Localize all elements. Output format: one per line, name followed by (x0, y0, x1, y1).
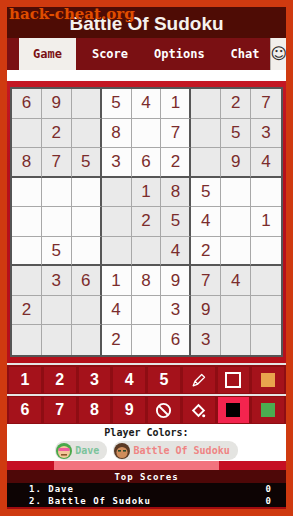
player-chip[interactable]: Battle Of Sudoku (113, 441, 237, 460)
watermark: hack-cheat.org (9, 5, 135, 23)
cell-r9c1[interactable] (12, 325, 42, 355)
tab-score[interactable]: Score (82, 38, 138, 70)
top-score-row: 1. Dave0 (7, 483, 286, 495)
cell-r2c1[interactable] (12, 119, 42, 149)
cell-r3c9[interactable]: 4 (251, 148, 281, 178)
eraser-icon (190, 402, 207, 419)
cell-r2c6[interactable]: 7 (161, 119, 191, 149)
tab-options[interactable]: Options (144, 38, 215, 70)
cell-r2c5[interactable] (132, 119, 162, 149)
number-pad: 12345 6789 (7, 363, 286, 424)
cell-r8c2[interactable] (42, 296, 72, 326)
cell-r4c9[interactable] (251, 178, 281, 208)
cell-r1c8[interactable]: 2 (221, 89, 251, 119)
cell-r8c8[interactable] (221, 296, 251, 326)
cell-r3c6[interactable]: 2 (161, 148, 191, 178)
sound-button[interactable] (287, 38, 293, 70)
cell-r1c7[interactable] (191, 89, 221, 119)
content-strip (7, 70, 286, 81)
cell-r9c2[interactable] (42, 325, 72, 355)
cell-r4c5[interactable]: 1 (132, 178, 162, 208)
cell-r2c9[interactable]: 3 (251, 119, 281, 149)
player-colors-section: Player Colors: DaveBattle Of Sudoku (7, 424, 286, 461)
app-window: hack-cheat.org Battle Of Sudoku GameScor… (0, 0, 293, 516)
cell-r1c9[interactable]: 7 (251, 89, 281, 119)
cell-r4c2[interactable] (42, 178, 72, 208)
cell-r6c2[interactable]: 5 (42, 237, 72, 267)
cell-r6c8[interactable] (221, 237, 251, 267)
cell-r3c4[interactable]: 3 (102, 148, 132, 178)
color-swatch (261, 403, 275, 417)
cell-r4c3[interactable] (72, 178, 102, 208)
cell-r3c7[interactable] (191, 148, 221, 178)
cell-r7c3[interactable]: 6 (72, 266, 102, 296)
color-swatch-button[interactable] (218, 397, 250, 423)
board-area: 6954127287538753629418525415423618974243… (7, 81, 286, 363)
pad-separator (7, 394, 286, 396)
cell-r4c6[interactable]: 8 (161, 178, 191, 208)
top-score-name: 1. Dave (29, 484, 74, 494)
cell-r7c4[interactable]: 1 (102, 266, 132, 296)
cell-r5c1[interactable] (12, 207, 42, 237)
cell-r4c4[interactable] (102, 178, 132, 208)
eraser-button[interactable] (183, 397, 215, 423)
pad-digit-7[interactable]: 7 (44, 397, 76, 423)
cell-r2c7[interactable] (191, 119, 221, 149)
cell-r1c1[interactable]: 6 (12, 89, 42, 119)
no-entry-button[interactable] (148, 397, 180, 423)
title-bar: hack-cheat.org Battle Of Sudoku (7, 7, 286, 38)
sudoku-board: 6954127287538753629418525415423618974243… (10, 87, 283, 357)
dave-avatar (56, 443, 72, 459)
top-scores-list: 1. Dave02. Battle Of Sudoku0 (7, 483, 286, 507)
pad-digit-8[interactable]: 8 (79, 397, 111, 423)
tabs-container: GameScoreOptionsChat (7, 38, 270, 70)
square-outline-icon (225, 372, 241, 388)
emote-button[interactable]: ☺ (270, 38, 288, 70)
cell-r5c5[interactable]: 2 (132, 207, 162, 237)
cell-r6c6[interactable]: 4 (161, 237, 191, 267)
cell-r3c2[interactable]: 7 (42, 148, 72, 178)
cell-r7c7[interactable]: 7 (191, 266, 221, 296)
cell-r1c2[interactable]: 9 (42, 89, 72, 119)
cell-r5c7[interactable]: 4 (191, 207, 221, 237)
smiley-icon: ☺ (271, 46, 288, 62)
cpu-avatar (114, 443, 130, 459)
cell-r5c2[interactable] (42, 207, 72, 237)
no-entry-icon (155, 402, 172, 419)
cell-r7c9[interactable] (251, 266, 281, 296)
tab-chat[interactable]: Chat (221, 38, 270, 70)
player-name: Battle Of Sudoku (133, 445, 229, 456)
number-pad-row-1: 12345 (9, 367, 284, 393)
cell-r6c5[interactable] (132, 237, 162, 267)
speaker-icon (288, 46, 293, 62)
cell-r4c1[interactable] (12, 178, 42, 208)
player-chip[interactable]: Dave (55, 441, 107, 460)
cell-r7c5[interactable]: 8 (132, 266, 162, 296)
cell-r5c3[interactable] (72, 207, 102, 237)
pad-digit-2[interactable]: 2 (44, 367, 76, 393)
cell-r3c8[interactable]: 9 (221, 148, 251, 178)
cell-r9c6[interactable]: 6 (161, 325, 191, 355)
color-swatch-button[interactable] (252, 367, 284, 393)
tab-game[interactable]: Game (19, 38, 76, 70)
top-score-row: 2. Battle Of Sudoku0 (7, 495, 286, 507)
scrollbar-thumb[interactable] (54, 461, 219, 470)
cell-r4c8[interactable] (221, 178, 251, 208)
cell-r3c3[interactable]: 5 (72, 148, 102, 178)
cell-r5c9[interactable]: 1 (251, 207, 281, 237)
cell-r3c5[interactable]: 6 (132, 148, 162, 178)
cell-r2c8[interactable]: 5 (221, 119, 251, 149)
cell-r8c1[interactable]: 2 (12, 296, 42, 326)
cell-r7c8[interactable]: 4 (221, 266, 251, 296)
cell-r8c5[interactable] (132, 296, 162, 326)
top-score-value: 0 (266, 496, 272, 506)
cell-r6c1[interactable] (12, 237, 42, 267)
cell-r8c3[interactable] (72, 296, 102, 326)
scrollbar[interactable] (7, 461, 286, 470)
pad-digit-5[interactable]: 5 (148, 367, 180, 393)
color-swatch (226, 403, 240, 417)
pad-digit-4[interactable]: 4 (113, 367, 145, 393)
pad-digit-3[interactable]: 3 (79, 367, 111, 393)
cell-r7c1[interactable] (12, 266, 42, 296)
cell-r8c9[interactable] (251, 296, 281, 326)
cell-r9c3[interactable] (72, 325, 102, 355)
cell-r9c8[interactable] (221, 325, 251, 355)
player-colors-label: Player Colors: (7, 424, 286, 438)
cell-r4c7[interactable]: 5 (191, 178, 221, 208)
cell-r6c9[interactable] (251, 237, 281, 267)
cell-r5c8[interactable] (221, 207, 251, 237)
color-swatch (261, 373, 275, 387)
cell-r9c7[interactable]: 3 (191, 325, 221, 355)
top-score-name: 2. Battle Of Sudoku (29, 496, 151, 506)
player-name: Dave (75, 445, 99, 456)
tab-bar: GameScoreOptionsChat ☺ (7, 38, 286, 70)
cell-r1c5[interactable]: 4 (132, 89, 162, 119)
pad-digit-6[interactable]: 6 (9, 397, 41, 423)
pad-digit-9[interactable]: 9 (113, 397, 145, 423)
cell-r6c3[interactable] (72, 237, 102, 267)
pencil-icon (190, 372, 207, 389)
cell-r9c5[interactable] (132, 325, 162, 355)
number-pad-row-2: 6789 (9, 397, 284, 423)
cell-r7c6[interactable]: 9 (161, 266, 191, 296)
color-swatch-button[interactable] (252, 397, 284, 423)
cell-r6c4[interactable] (102, 237, 132, 267)
cell-r5c4[interactable] (102, 207, 132, 237)
cell-r5c6[interactable]: 5 (161, 207, 191, 237)
cell-r1c6[interactable]: 1 (161, 89, 191, 119)
cell-r6c7[interactable]: 2 (191, 237, 221, 267)
pencil-button[interactable] (183, 367, 215, 393)
cell-r9c4[interactable]: 2 (102, 325, 132, 355)
cell-r8c6[interactable]: 3 (161, 296, 191, 326)
swatch-outline-button[interactable] (218, 367, 250, 393)
pad-digit-1[interactable]: 1 (9, 367, 41, 393)
cell-r1c3[interactable] (72, 89, 102, 119)
cell-r2c4[interactable]: 8 (102, 119, 132, 149)
top-score-value: 0 (266, 484, 272, 494)
cell-r7c2[interactable]: 3 (42, 266, 72, 296)
cell-r8c4[interactable]: 4 (102, 296, 132, 326)
top-scores-header: Top Scores (7, 470, 286, 483)
cell-r8c7[interactable]: 9 (191, 296, 221, 326)
cell-r3c1[interactable]: 8 (12, 148, 42, 178)
player-chips: DaveBattle Of Sudoku (7, 441, 286, 460)
cell-r2c2[interactable]: 2 (42, 119, 72, 149)
cell-r2c3[interactable] (72, 119, 102, 149)
cell-r9c9[interactable] (251, 325, 281, 355)
cell-r1c4[interactable]: 5 (102, 89, 132, 119)
